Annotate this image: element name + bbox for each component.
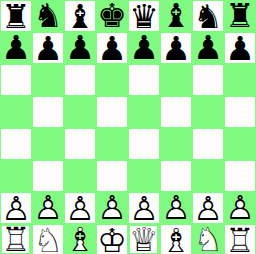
white-piece-outline: ♗: [65, 223, 95, 254]
white-piece-outline: ♕: [129, 223, 159, 254]
piece-white-knight-g1[interactable]: ♞♘: [192, 224, 224, 254]
square-e7[interactable]: ♟: [128, 32, 160, 64]
square-b5[interactable]: [32, 96, 64, 128]
square-a7[interactable]: ♟: [0, 32, 32, 64]
white-piece-outline: ♙: [225, 191, 255, 224]
chess-board: ♜♞♝♚♛♝♞♜♟♟♟♟♟♟♟♟♟♙♟♙♟♙♟♙♟♙♟♙♟♙♟♙♜♖♞♘♝♗♚♔…: [0, 0, 256, 254]
piece-white-bishop-f1[interactable]: ♝♗: [161, 225, 191, 254]
square-g1[interactable]: ♞♘: [192, 224, 224, 254]
square-d7[interactable]: ♟: [96, 32, 128, 64]
white-piece-outline: ♖: [225, 224, 255, 254]
square-d5[interactable]: [96, 96, 128, 128]
piece-white-knight-b1[interactable]: ♞♘: [33, 225, 63, 254]
black-piece-glyph: ♟: [129, 31, 159, 64]
piece-white-king-d1[interactable]: ♚♔: [97, 225, 127, 254]
piece-white-pawn-g2[interactable]: ♟♙: [193, 193, 223, 223]
white-piece-outline: ♙: [97, 191, 127, 224]
piece-white-queen-e1[interactable]: ♛♕: [128, 224, 160, 254]
square-f8[interactable]: ♝: [160, 0, 192, 32]
black-piece-glyph: ♜: [225, 0, 255, 32]
square-f2[interactable]: ♟♙: [160, 192, 192, 224]
square-a5[interactable]: [0, 96, 32, 128]
square-b2[interactable]: ♟♙: [32, 192, 64, 224]
white-piece-outline: ♙: [33, 191, 63, 224]
square-a1[interactable]: ♜♖: [0, 224, 32, 254]
piece-black-bishop-f8[interactable]: ♝: [160, 0, 192, 32]
black-piece-glyph: ♚: [97, 0, 127, 32]
black-piece-glyph: ♟: [65, 31, 95, 64]
square-c5[interactable]: [64, 96, 96, 128]
piece-black-pawn-d7[interactable]: ♟: [97, 33, 127, 63]
square-b1[interactable]: ♞♘: [32, 224, 64, 254]
square-h7[interactable]: ♟: [224, 32, 256, 64]
piece-black-king-d8[interactable]: ♚: [96, 0, 128, 32]
square-a6[interactable]: [0, 64, 32, 96]
square-a3[interactable]: [0, 160, 32, 192]
piece-black-rook-a8[interactable]: ♜: [1, 1, 31, 31]
square-a4[interactable]: [0, 128, 32, 160]
square-c3[interactable]: [64, 160, 96, 192]
square-g6[interactable]: [192, 64, 224, 96]
white-piece-outline: ♘: [33, 224, 63, 254]
square-h8[interactable]: ♜: [224, 0, 256, 32]
piece-white-pawn-b2[interactable]: ♟♙: [32, 192, 64, 224]
square-f7[interactable]: ♟: [160, 32, 192, 64]
piece-black-bishop-c8[interactable]: ♝: [65, 1, 95, 31]
piece-black-knight-b8[interactable]: ♞: [32, 0, 64, 32]
chess-app-window: ♜♞♝♚♛♝♞♜♟♟♟♟♟♟♟♟♟♙♟♙♟♙♟♙♟♙♟♙♟♙♟♙♜♖♞♘♝♗♚♔…: [0, 0, 256, 254]
black-piece-glyph: ♞: [33, 0, 63, 32]
piece-white-pawn-f2[interactable]: ♟♙: [160, 192, 192, 224]
piece-black-pawn-a7[interactable]: ♟: [0, 32, 32, 64]
piece-white-rook-a1[interactable]: ♜♖: [0, 224, 32, 254]
square-b4[interactable]: [32, 128, 64, 160]
piece-black-queen-e8[interactable]: ♛: [129, 1, 159, 31]
square-f5[interactable]: [160, 96, 192, 128]
square-h2[interactable]: ♟♙: [224, 192, 256, 224]
black-piece-glyph: ♟: [161, 32, 191, 65]
square-c6[interactable]: [64, 64, 96, 96]
white-piece-outline: ♗: [161, 224, 191, 254]
square-d4[interactable]: [96, 128, 128, 160]
piece-white-pawn-e2[interactable]: ♟♙: [129, 193, 159, 223]
square-d8[interactable]: ♚: [96, 0, 128, 32]
square-b8[interactable]: ♞: [32, 0, 64, 32]
square-g4[interactable]: [192, 128, 224, 160]
black-piece-glyph: ♟: [225, 32, 255, 65]
white-piece-outline: ♙: [161, 191, 191, 224]
piece-black-pawn-b7[interactable]: ♟: [33, 33, 63, 63]
piece-white-pawn-a2[interactable]: ♟♙: [1, 193, 31, 223]
black-piece-glyph: ♟: [33, 32, 63, 65]
black-piece-glyph: ♟: [97, 32, 127, 65]
piece-black-pawn-g7[interactable]: ♟: [192, 32, 224, 64]
square-g7[interactable]: ♟: [192, 32, 224, 64]
square-h4[interactable]: [224, 128, 256, 160]
piece-black-pawn-h7[interactable]: ♟: [225, 33, 255, 63]
piece-white-rook-h1[interactable]: ♜♖: [225, 225, 255, 254]
square-b7[interactable]: ♟: [32, 32, 64, 64]
piece-white-bishop-c1[interactable]: ♝♗: [64, 224, 96, 254]
square-e1[interactable]: ♛♕: [128, 224, 160, 254]
square-h1[interactable]: ♜♖: [224, 224, 256, 254]
white-piece-outline: ♖: [1, 223, 31, 254]
square-f1[interactable]: ♝♗: [160, 224, 192, 254]
piece-black-rook-h8[interactable]: ♜: [224, 0, 256, 32]
piece-black-knight-g8[interactable]: ♞: [193, 1, 223, 31]
square-f6[interactable]: [160, 64, 192, 96]
square-h6[interactable]: [224, 64, 256, 96]
black-piece-glyph: ♟: [193, 31, 223, 64]
square-c1[interactable]: ♝♗: [64, 224, 96, 254]
piece-black-pawn-e7[interactable]: ♟: [128, 32, 160, 64]
black-piece-glyph: ♟: [1, 31, 31, 64]
piece-white-pawn-c2[interactable]: ♟♙: [65, 193, 95, 223]
square-d2[interactable]: ♟♙: [96, 192, 128, 224]
black-piece-glyph: ♝: [161, 0, 191, 32]
piece-white-pawn-d2[interactable]: ♟♙: [96, 192, 128, 224]
square-f4[interactable]: [160, 128, 192, 160]
square-h5[interactable]: [224, 96, 256, 128]
square-e5[interactable]: [128, 96, 160, 128]
square-e4[interactable]: [128, 128, 160, 160]
square-g3[interactable]: [192, 160, 224, 192]
square-e3[interactable]: [128, 160, 160, 192]
square-d6[interactable]: [96, 64, 128, 96]
white-piece-outline: ♔: [97, 224, 127, 254]
white-piece-outline: ♘: [193, 223, 223, 254]
square-b6[interactable]: [32, 64, 64, 96]
piece-black-pawn-c7[interactable]: ♟: [64, 32, 96, 64]
piece-black-pawn-f7[interactable]: ♟: [161, 33, 191, 63]
square-c4[interactable]: [64, 128, 96, 160]
square-g5[interactable]: [192, 96, 224, 128]
square-e6[interactable]: [128, 64, 160, 96]
square-d1[interactable]: ♚♔: [96, 224, 128, 254]
square-c7[interactable]: ♟: [64, 32, 96, 64]
piece-white-pawn-h2[interactable]: ♟♙: [224, 192, 256, 224]
